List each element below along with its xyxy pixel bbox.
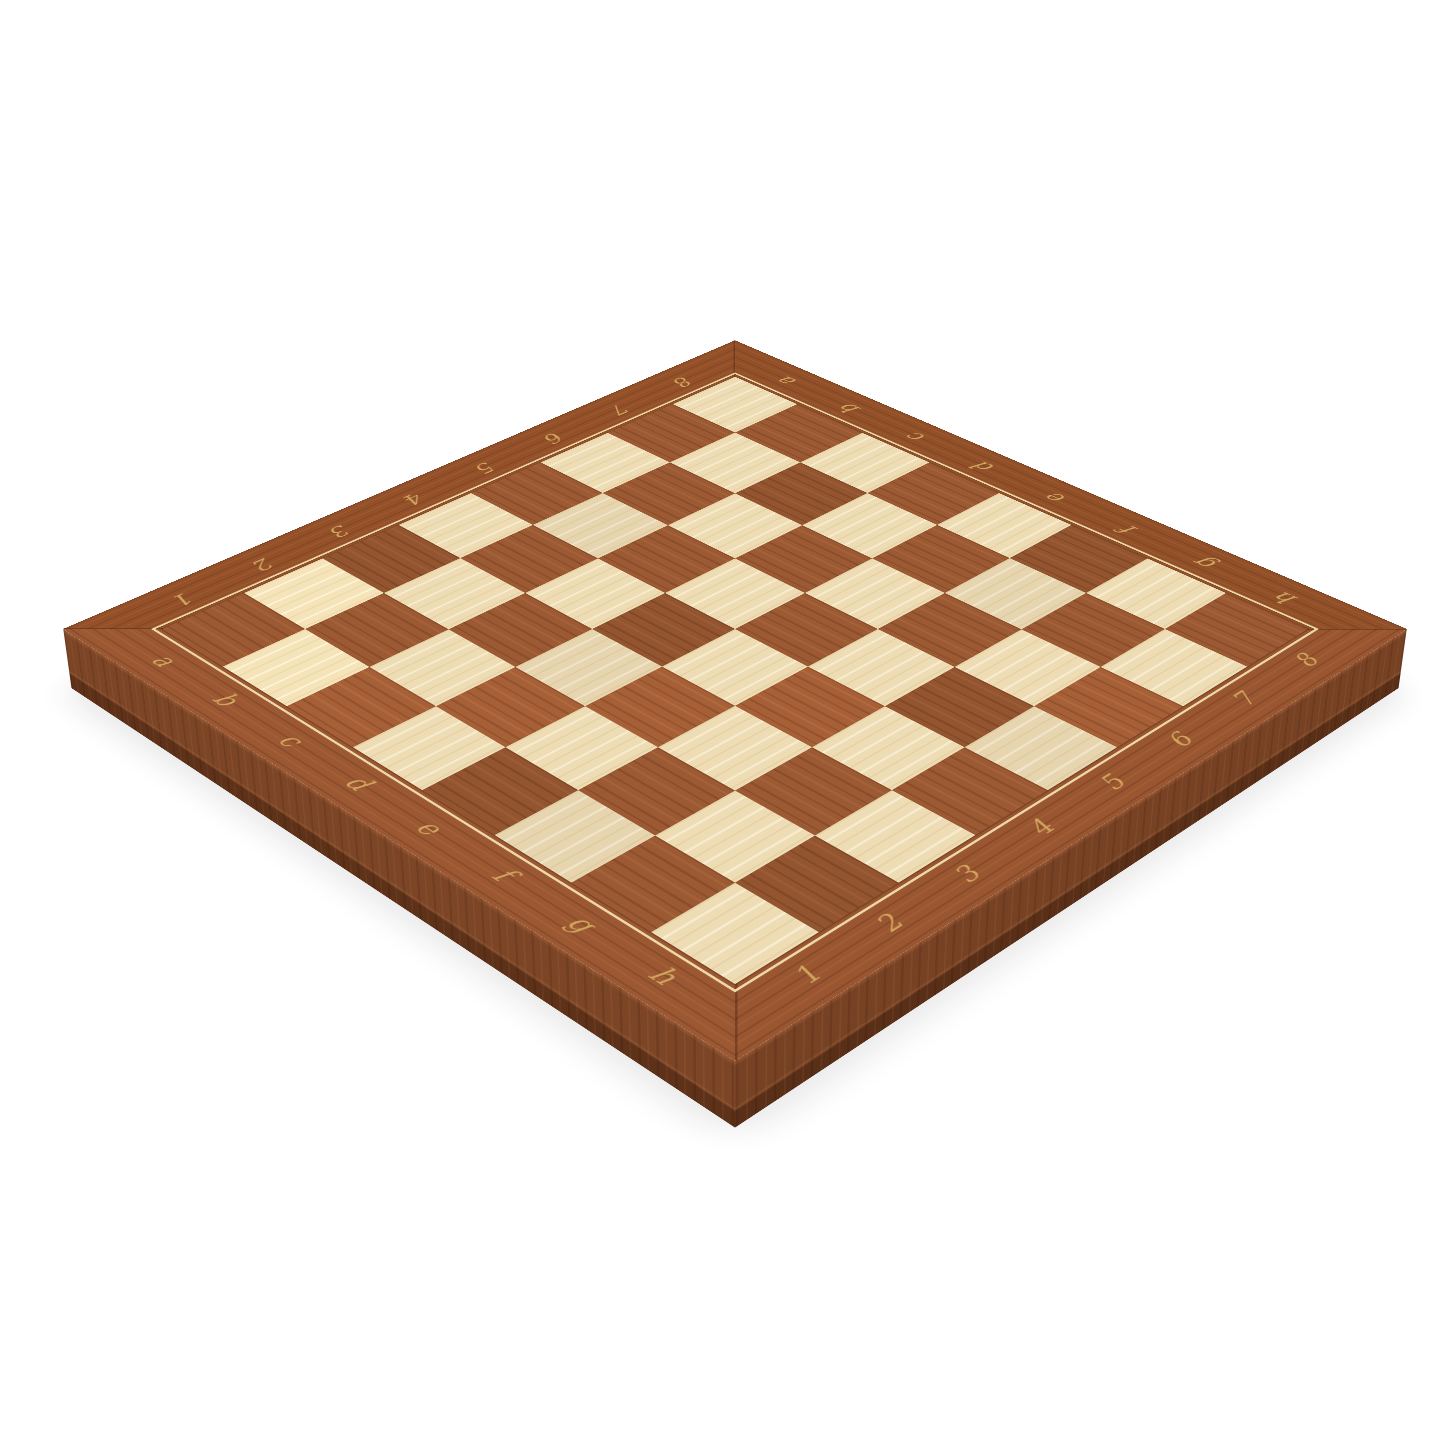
- product-photo-scene: aabbccddeeffgghh1122334455667788: [0, 0, 1445, 1445]
- board-field: [162, 377, 1308, 984]
- square-e4: [662, 629, 808, 706]
- frame-mitre-seam-nw: [733, 340, 735, 377]
- chessboard: aabbccddeeffgghh1122334455667788: [63, 340, 1407, 1060]
